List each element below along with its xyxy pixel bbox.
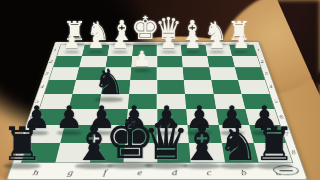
piece-white-pawn-c2[interactable]: ♟ [184, 32, 201, 51]
piece-black-rook-a8[interactable]: ♜ [253, 121, 294, 167]
piece-white-pawn-g2[interactable]: ♟ [87, 32, 104, 51]
pieces-layer: ♜♞♝♚♛♝♞♜♟♟♟♟♟♟♟♟♞♟♟♟♟♟♟♟♟♜♝♚♛♝♞♜ [0, 0, 320, 180]
piece-white-pawn-f2[interactable]: ♟ [112, 32, 129, 51]
piece-white-pawn-a2[interactable]: ♟ [233, 32, 250, 51]
piece-white-pawn-b2[interactable]: ♟ [208, 32, 225, 51]
piece-black-knight-f6[interactable]: ♞ [93, 65, 124, 100]
piece-white-pawn-e4[interactable]: ♟ [133, 49, 152, 70]
piece-white-pawn-d2[interactable]: ♟ [160, 32, 177, 51]
piece-white-pawn-h2[interactable]: ♟ [63, 32, 80, 51]
piece-black-rook-h8[interactable]: ♜ [1, 121, 42, 167]
chess-photo-scene: hgfedcba1122334455667788 ♜♞♝♚♛♝♞♜♟♟♟♟♟♟♟… [0, 0, 320, 180]
